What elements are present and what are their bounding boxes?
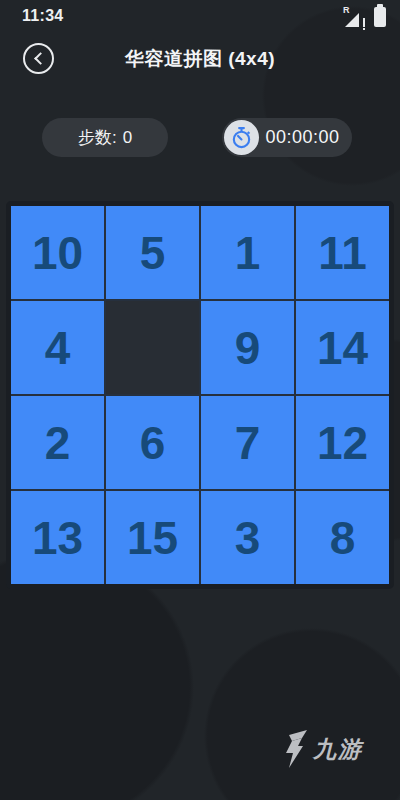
moves-value: 0 — [123, 128, 132, 148]
stopwatch-icon — [224, 120, 259, 155]
cellular-signal-icon: R — [343, 5, 365, 29]
tile-r4c1[interactable]: 13 — [11, 491, 104, 584]
battery-icon — [374, 7, 386, 27]
watermark-text: 九游 — [313, 734, 363, 765]
tile-r2c1[interactable]: 4 — [11, 301, 104, 394]
timer-value: 00:00:00 — [259, 127, 352, 148]
tile-r4c2[interactable]: 15 — [106, 491, 199, 584]
status-bar: 11:34 R — [0, 0, 400, 32]
moves-counter: 步数: 0 — [42, 118, 168, 157]
tile-r3c4[interactable]: 12 — [296, 396, 389, 489]
tile-r1c2[interactable]: 5 — [106, 206, 199, 299]
tile-r2c4[interactable]: 14 — [296, 301, 389, 394]
status-icons: R — [343, 5, 386, 29]
page-title: 华容道拼图 (4x4) — [0, 46, 400, 72]
tile-r1c3[interactable]: 1 — [201, 206, 294, 299]
timer-display: 00:00:00 — [222, 118, 352, 157]
tile-r2c3[interactable]: 9 — [201, 301, 294, 394]
tile-r1c4[interactable]: 11 — [296, 206, 389, 299]
jiuyou-watermark: 九游 — [281, 729, 363, 769]
header: 华容道拼图 (4x4) — [0, 40, 400, 78]
jiuyou-logo-icon — [281, 729, 308, 769]
puzzle-board: 10 5 1 11 4 9 14 2 6 7 12 13 15 3 8 — [6, 201, 394, 589]
app-screen: 11:34 R 华容道拼图 (4x4) 步数: 0 — [0, 0, 400, 800]
moves-label: 步数: — [78, 126, 117, 149]
tile-r3c2[interactable]: 6 — [106, 396, 199, 489]
tile-r4c4[interactable]: 8 — [296, 491, 389, 584]
empty-cell-r2c2 — [106, 301, 199, 394]
clock-time: 11:34 — [22, 7, 64, 25]
tile-r1c1[interactable]: 10 — [11, 206, 104, 299]
tile-r4c3[interactable]: 3 — [201, 491, 294, 584]
tile-r3c1[interactable]: 2 — [11, 396, 104, 489]
tile-r3c3[interactable]: 7 — [201, 396, 294, 489]
signal-alert-icon — [363, 18, 365, 27]
